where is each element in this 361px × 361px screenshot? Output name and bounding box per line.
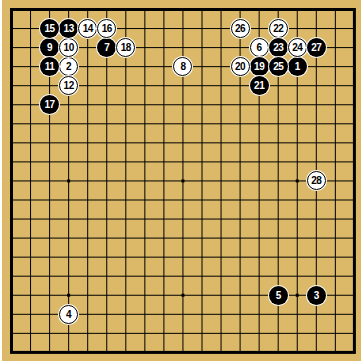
stone-27-black-R17: 27 [307,38,326,57]
stone-number: 1 [295,61,300,72]
stone-number: 18 [121,42,131,53]
stone-number: 23 [273,42,283,53]
stone-number: 11 [45,61,55,72]
stone-number: 6 [257,42,262,53]
stone-number: 26 [235,23,245,34]
stone-number: 9 [47,42,52,53]
stone-number: 24 [292,42,302,53]
stone-number: 5 [276,290,281,301]
stone-20-white-N16: 20 [231,57,250,76]
stone-number: 2 [66,61,71,72]
stone-number: 21 [254,80,264,91]
stone-number: 20 [235,61,245,72]
stone-15-black-C18: 15 [40,19,59,38]
stone-22-white-P18: 22 [269,19,288,38]
stone-26-white-N18: 26 [231,19,250,38]
stone-3-black-R4: 3 [307,286,326,305]
stone-number: 4 [66,309,71,320]
stone-number: 13 [64,23,74,34]
stone-number: 22 [273,23,283,34]
stone-25-black-P16: 25 [269,57,288,76]
stone-number: 14 [83,23,93,34]
stone-number: 3 [314,290,319,301]
stone-number: 25 [273,61,283,72]
stone-4-white-D3: 4 [59,305,78,324]
stone-number: 15 [45,23,55,34]
stone-5-black-P4: 5 [269,286,288,305]
stone-number: 10 [64,42,74,53]
stone-24-white-Q17: 24 [288,38,307,57]
stone-21-black-O15: 21 [250,76,269,95]
stone-number: 8 [180,61,185,72]
stone-23-black-P17: 23 [269,38,288,57]
stone-number: 27 [311,42,321,53]
go-board: 1234567891011121314151617181920212223242… [0,0,361,361]
stone-number: 17 [45,99,55,110]
stone-number: 16 [102,23,112,34]
stone-number: 28 [311,175,321,186]
diagram-stage: 1234567891011121314151617181920212223242… [0,0,361,361]
stone-6-white-O17: 6 [250,38,269,57]
stone-1-black-Q16: 1 [288,57,307,76]
stone-number: 12 [64,80,74,91]
stone-number: 7 [104,42,109,53]
stone-19-black-O16: 19 [250,57,269,76]
stone-number: 19 [254,61,264,72]
